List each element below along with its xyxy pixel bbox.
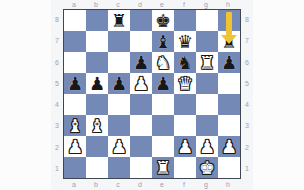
- square-b2[interactable]: [86, 136, 108, 157]
- square-e3[interactable]: [152, 115, 174, 136]
- file-label-e: e: [151, 180, 173, 190]
- rank-label-7: 7: [241, 30, 253, 51]
- square-d6[interactable]: ♟: [130, 52, 152, 73]
- square-f3[interactable]: [174, 115, 196, 136]
- square-c4[interactable]: [108, 94, 130, 115]
- file-label-c: c: [107, 0, 129, 9]
- square-g7[interactable]: [196, 31, 218, 52]
- piece-black-pawn-e5[interactable]: ♟: [155, 73, 171, 94]
- square-g3[interactable]: [196, 115, 218, 136]
- square-a6[interactable]: [64, 52, 86, 73]
- square-a8[interactable]: [64, 10, 86, 31]
- square-d4[interactable]: [130, 94, 152, 115]
- square-b1[interactable]: [86, 157, 108, 178]
- square-a3[interactable]: ♝: [64, 115, 86, 136]
- square-g1[interactable]: ♚: [196, 157, 218, 178]
- rank-label-3: 3: [241, 115, 253, 136]
- piece-black-queen-f7[interactable]: ♛: [177, 31, 193, 52]
- rank-label-5: 5: [241, 73, 253, 94]
- square-f4[interactable]: [174, 94, 196, 115]
- piece-white-rook-g6[interactable]: ♜: [199, 52, 215, 73]
- square-b8[interactable]: [86, 10, 108, 31]
- chess-diagram-screenshot: abcdefgh 87654321 ♜♚♝♛♜♟♞♞♜♟♟♟♟♟♟♛♝♝♟♟♟♟…: [0, 0, 304, 190]
- piece-white-king-g1[interactable]: ♚: [199, 157, 215, 178]
- square-a5[interactable]: ♟: [64, 73, 86, 94]
- square-d1[interactable]: [130, 157, 152, 178]
- square-h3[interactable]: [218, 115, 240, 136]
- piece-white-bishop-a3[interactable]: ♝: [67, 115, 83, 136]
- square-c2[interactable]: ♟: [108, 136, 130, 157]
- rank-label-3: 3: [51, 115, 63, 136]
- piece-black-pawn-c5[interactable]: ♟: [111, 73, 127, 94]
- file-label-f: f: [173, 0, 195, 9]
- piece-white-bishop-b3[interactable]: ♝: [89, 115, 105, 136]
- square-b7[interactable]: [86, 31, 108, 52]
- square-h1[interactable]: [218, 157, 240, 178]
- square-f7[interactable]: ♛: [174, 31, 196, 52]
- piece-white-pawn-g2[interactable]: ♟: [199, 136, 215, 157]
- square-d7[interactable]: [130, 31, 152, 52]
- chess-board: ♜♚♝♛♜♟♞♞♜♟♟♟♟♟♟♛♝♝♟♟♟♟♟♜♚: [63, 9, 241, 179]
- square-d3[interactable]: [130, 115, 152, 136]
- piece-white-knight-e6[interactable]: ♞: [155, 52, 171, 73]
- file-label-h: h: [217, 180, 239, 190]
- square-f1[interactable]: [174, 157, 196, 178]
- square-a1[interactable]: [64, 157, 86, 178]
- piece-white-pawn-d5[interactable]: ♟: [133, 73, 149, 94]
- rank-label-4: 4: [241, 94, 253, 115]
- square-g6[interactable]: ♜: [196, 52, 218, 73]
- file-label-f: f: [173, 180, 195, 190]
- rank-label-8: 8: [51, 9, 63, 30]
- square-g2[interactable]: ♟: [196, 136, 218, 157]
- piece-white-pawn-a2[interactable]: ♟: [67, 136, 83, 157]
- piece-black-pawn-b5[interactable]: ♟: [89, 73, 105, 94]
- square-h4[interactable]: [218, 94, 240, 115]
- file-label-e: e: [151, 0, 173, 9]
- square-e2[interactable]: [152, 136, 174, 157]
- rank-labels-right: 87654321: [241, 9, 253, 179]
- rank-label-5: 5: [51, 73, 63, 94]
- square-a7[interactable]: [64, 31, 86, 52]
- square-e7[interactable]: ♝: [152, 31, 174, 52]
- piece-black-bishop-e7[interactable]: ♝: [155, 31, 171, 52]
- file-label-g: g: [195, 0, 217, 9]
- piece-white-pawn-f2[interactable]: ♟: [177, 136, 193, 157]
- file-label-d: d: [129, 180, 151, 190]
- last-move-arrow-shaft: [226, 12, 232, 35]
- square-f2[interactable]: ♟: [174, 136, 196, 157]
- rank-label-2: 2: [51, 137, 63, 158]
- rank-label-2: 2: [241, 137, 253, 158]
- square-c5[interactable]: ♟: [108, 73, 130, 94]
- rank-label-6: 6: [241, 52, 253, 73]
- piece-white-rook-e1[interactable]: ♜: [155, 157, 171, 178]
- square-d5[interactable]: ♟: [130, 73, 152, 94]
- square-c7[interactable]: [108, 31, 130, 52]
- rank-label-6: 6: [51, 52, 63, 73]
- square-b5[interactable]: ♟: [86, 73, 108, 94]
- square-a4[interactable]: [64, 94, 86, 115]
- last-move-arrow-head: [221, 35, 237, 44]
- square-h5[interactable]: [218, 73, 240, 94]
- square-e5[interactable]: ♟: [152, 73, 174, 94]
- square-f5[interactable]: ♛: [174, 73, 196, 94]
- square-h6[interactable]: ♟: [218, 52, 240, 73]
- rank-labels-left: 87654321: [51, 9, 63, 179]
- square-d8[interactable]: [130, 10, 152, 31]
- rank-label-1: 1: [51, 158, 63, 179]
- file-label-a: a: [63, 180, 85, 190]
- file-label-h: h: [217, 0, 239, 9]
- square-f8[interactable]: [174, 10, 196, 31]
- file-label-b: b: [85, 0, 107, 9]
- piece-black-pawn-a5[interactable]: ♟: [67, 73, 83, 94]
- rank-label-1: 1: [241, 158, 253, 179]
- file-labels-top: abcdefgh: [63, 0, 241, 9]
- square-c1[interactable]: [108, 157, 130, 178]
- rank-label-8: 8: [241, 9, 253, 30]
- file-labels-bottom: abcdefgh: [63, 180, 241, 190]
- rank-label-7: 7: [51, 30, 63, 51]
- square-e6[interactable]: ♞: [152, 52, 174, 73]
- piece-black-king-e8[interactable]: ♚: [155, 10, 171, 31]
- square-c8[interactable]: ♜: [108, 10, 130, 31]
- square-h2[interactable]: ♟: [218, 136, 240, 157]
- piece-white-pawn-h2[interactable]: ♟: [221, 136, 237, 157]
- piece-white-pawn-c2[interactable]: ♟: [111, 136, 127, 157]
- rank-label-4: 4: [51, 94, 63, 115]
- file-label-b: b: [85, 180, 107, 190]
- piece-black-knight-f6[interactable]: ♞: [177, 52, 193, 73]
- file-label-a: a: [63, 0, 85, 9]
- piece-black-rook-c8[interactable]: ♜: [111, 10, 127, 31]
- square-b6[interactable]: [86, 52, 108, 73]
- square-a2[interactable]: ♟: [64, 136, 86, 157]
- square-e8[interactable]: ♚: [152, 10, 174, 31]
- square-c6[interactable]: [108, 52, 130, 73]
- chess-diagram-panel: abcdefgh 87654321 ♜♚♝♛♜♟♞♞♜♟♟♟♟♟♟♛♝♝♟♟♟♟…: [51, 0, 253, 190]
- square-b4[interactable]: [86, 94, 108, 115]
- file-label-c: c: [107, 180, 129, 190]
- piece-black-pawn-d6[interactable]: ♟: [133, 52, 149, 73]
- square-g5[interactable]: [196, 73, 218, 94]
- piece-white-queen-f5[interactable]: ♛: [177, 73, 193, 94]
- piece-black-pawn-h6[interactable]: ♟: [221, 52, 237, 73]
- square-b3[interactable]: ♝: [86, 115, 108, 136]
- square-e1[interactable]: ♜: [152, 157, 174, 178]
- square-d2[interactable]: [130, 136, 152, 157]
- square-c3[interactable]: [108, 115, 130, 136]
- file-label-d: d: [129, 0, 151, 9]
- square-e4[interactable]: [152, 94, 174, 115]
- file-label-g: g: [195, 180, 217, 190]
- square-g4[interactable]: [196, 94, 218, 115]
- square-g8[interactable]: [196, 10, 218, 31]
- square-f6[interactable]: ♞: [174, 52, 196, 73]
